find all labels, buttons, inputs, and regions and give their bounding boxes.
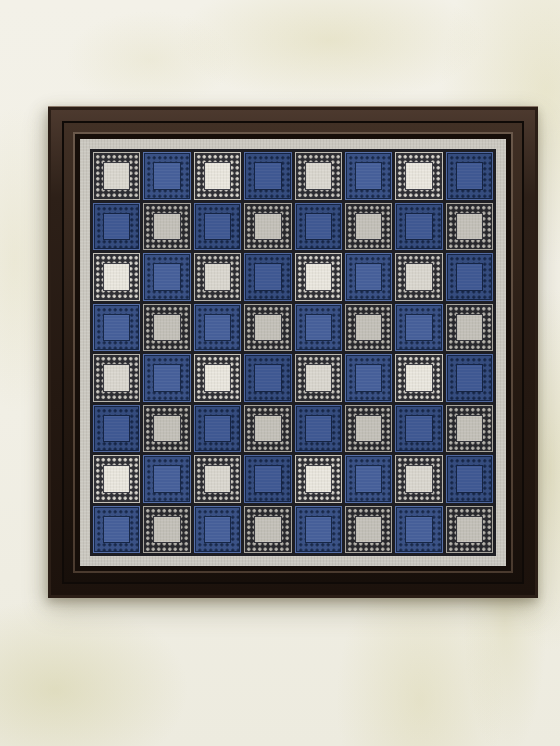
square-g7[interactable] (395, 203, 442, 251)
square-e5[interactable] (295, 304, 342, 352)
square-f7[interactable] (345, 203, 392, 251)
square-b6[interactable] (143, 253, 190, 301)
square-h1[interactable] (446, 506, 493, 554)
square-b1[interactable] (143, 506, 190, 554)
square-e8[interactable] (295, 152, 342, 200)
square-a1[interactable] (93, 506, 140, 554)
square-g5[interactable] (395, 304, 442, 352)
square-g6[interactable] (395, 253, 442, 301)
square-g1[interactable] (395, 506, 442, 554)
square-h8[interactable] (446, 152, 493, 200)
square-c8[interactable] (194, 152, 241, 200)
square-a6[interactable] (93, 253, 140, 301)
square-d4[interactable] (244, 354, 291, 402)
square-f2[interactable] (345, 455, 392, 503)
square-g2[interactable] (395, 455, 442, 503)
square-g8[interactable] (395, 152, 442, 200)
square-g4[interactable] (395, 354, 442, 402)
board-mat (80, 139, 506, 566)
square-h6[interactable] (446, 253, 493, 301)
square-e2[interactable] (295, 455, 342, 503)
square-d3[interactable] (244, 405, 291, 453)
chess-board (90, 149, 496, 556)
square-d6[interactable] (244, 253, 291, 301)
square-g3[interactable] (395, 405, 442, 453)
square-f8[interactable] (345, 152, 392, 200)
square-d2[interactable] (244, 455, 291, 503)
square-b7[interactable] (143, 203, 190, 251)
square-a3[interactable] (93, 405, 140, 453)
square-d5[interactable] (244, 304, 291, 352)
square-a7[interactable] (93, 203, 140, 251)
square-b4[interactable] (143, 354, 190, 402)
square-h5[interactable] (446, 304, 493, 352)
square-c2[interactable] (194, 455, 241, 503)
square-b3[interactable] (143, 405, 190, 453)
square-c6[interactable] (194, 253, 241, 301)
frame-inner-molding (64, 123, 522, 582)
square-a2[interactable] (93, 455, 140, 503)
square-d8[interactable] (244, 152, 291, 200)
square-c1[interactable] (194, 506, 241, 554)
square-c4[interactable] (194, 354, 241, 402)
square-f6[interactable] (345, 253, 392, 301)
square-e3[interactable] (295, 405, 342, 453)
board-frame (48, 106, 538, 598)
square-h7[interactable] (446, 203, 493, 251)
marble-table-surface (0, 0, 560, 746)
square-d7[interactable] (244, 203, 291, 251)
square-a8[interactable] (93, 152, 140, 200)
square-c7[interactable] (194, 203, 241, 251)
frame-outer-molding (51, 110, 535, 595)
square-a4[interactable] (93, 354, 140, 402)
square-d1[interactable] (244, 506, 291, 554)
square-a5[interactable] (93, 304, 140, 352)
square-e1[interactable] (295, 506, 342, 554)
square-h3[interactable] (446, 405, 493, 453)
square-b2[interactable] (143, 455, 190, 503)
square-e6[interactable] (295, 253, 342, 301)
square-h2[interactable] (446, 455, 493, 503)
square-f4[interactable] (345, 354, 392, 402)
square-b8[interactable] (143, 152, 190, 200)
square-c5[interactable] (194, 304, 241, 352)
frame-highlight-fillet (73, 132, 513, 573)
frame-inner-lip (75, 134, 511, 571)
square-b5[interactable] (143, 304, 190, 352)
square-f3[interactable] (345, 405, 392, 453)
square-e7[interactable] (295, 203, 342, 251)
square-e4[interactable] (295, 354, 342, 402)
square-h4[interactable] (446, 354, 493, 402)
frame-groove (62, 121, 524, 584)
square-f5[interactable] (345, 304, 392, 352)
square-f1[interactable] (345, 506, 392, 554)
square-c3[interactable] (194, 405, 241, 453)
